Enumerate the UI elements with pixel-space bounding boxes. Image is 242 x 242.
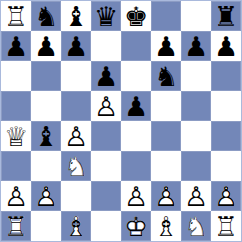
black-pawn[interactable]: ♟ (91, 61, 121, 91)
white-rook-outline: ♖ (211, 211, 241, 241)
white-bishop[interactable]: ♝♗ (61, 211, 91, 241)
black-king[interactable]: ♚ (121, 1, 151, 31)
square-g2[interactable]: ♟♙ (181, 181, 211, 211)
square-b2[interactable]: ♟♙ (31, 181, 61, 211)
white-pawn[interactable]: ♟♙ (211, 181, 241, 211)
square-h6[interactable] (211, 61, 241, 91)
square-f3[interactable] (151, 151, 181, 181)
black-rook[interactable]: ♜ (211, 1, 241, 31)
black-bishop-body: ♝ (61, 1, 91, 31)
white-pawn[interactable]: ♟♙ (1, 181, 31, 211)
white-bishop[interactable]: ♝♗ (151, 211, 181, 241)
black-pawn-body: ♟ (1, 31, 31, 61)
square-g5[interactable] (181, 91, 211, 121)
black-bishop-body: ♝ (31, 121, 61, 151)
square-b5[interactable] (31, 91, 61, 121)
square-d1[interactable] (91, 211, 121, 241)
square-h7[interactable]: ♟ (211, 31, 241, 61)
square-d8[interactable]: ♛ (91, 1, 121, 31)
white-pawn-outline: ♙ (1, 181, 31, 211)
white-pawn[interactable]: ♟♙ (151, 181, 181, 211)
square-d7[interactable] (91, 31, 121, 61)
square-b6[interactable] (31, 61, 61, 91)
black-pawn-body: ♟ (31, 31, 61, 61)
black-pawn-body: ♟ (91, 61, 121, 91)
black-pawn[interactable]: ♟ (181, 31, 211, 61)
square-c6[interactable] (61, 61, 91, 91)
white-pawn[interactable]: ♟♙ (61, 121, 91, 151)
square-f6[interactable]: ♞ (151, 61, 181, 91)
white-rook-outline: ♖ (1, 211, 31, 241)
square-g7[interactable]: ♟ (181, 31, 211, 61)
black-pawn[interactable]: ♟ (61, 31, 91, 61)
black-queen-body: ♛ (91, 1, 121, 31)
black-queen[interactable]: ♛ (91, 1, 121, 31)
square-e6[interactable] (121, 61, 151, 91)
chess-board: ♜♖♞♝♛♚♜♟♟♟♟♟♟♟♞♟♙♟♛♕♝♟♙♞♘♟♙♟♙♟♙♟♙♟♙♟♙♜♖♝… (0, 0, 242, 242)
white-pawn[interactable]: ♟♙ (181, 181, 211, 211)
square-c8[interactable]: ♝ (61, 1, 91, 31)
black-pawn[interactable]: ♟ (1, 31, 31, 61)
square-d4[interactable] (91, 121, 121, 151)
square-c2[interactable] (61, 181, 91, 211)
white-pawn-outline: ♙ (181, 181, 211, 211)
square-e3[interactable] (121, 151, 151, 181)
square-b8[interactable]: ♞ (31, 1, 61, 31)
black-pawn[interactable]: ♟ (121, 91, 151, 121)
square-c5[interactable] (61, 91, 91, 121)
black-pawn[interactable]: ♟ (31, 31, 61, 61)
square-f8[interactable] (151, 1, 181, 31)
square-d5[interactable]: ♟♙ (91, 91, 121, 121)
square-c3[interactable]: ♞♘ (61, 151, 91, 181)
square-e2[interactable]: ♟♙ (121, 181, 151, 211)
black-knight-body: ♞ (31, 1, 61, 31)
white-pawn[interactable]: ♟♙ (31, 181, 61, 211)
square-g1[interactable]: ♞♘ (181, 211, 211, 241)
square-e4[interactable] (121, 121, 151, 151)
square-a4[interactable]: ♛♕ (1, 121, 31, 151)
square-b4[interactable]: ♝ (31, 121, 61, 151)
square-e1[interactable]: ♚♔ (121, 211, 151, 241)
square-c7[interactable]: ♟ (61, 31, 91, 61)
square-h4[interactable] (211, 121, 241, 151)
black-pawn[interactable]: ♟ (211, 31, 241, 61)
white-king-outline: ♔ (121, 211, 151, 241)
black-bishop[interactable]: ♝ (31, 121, 61, 151)
square-h2[interactable]: ♟♙ (211, 181, 241, 211)
black-pawn-body: ♟ (151, 31, 181, 61)
black-pawn-body: ♟ (181, 31, 211, 61)
white-queen-outline: ♕ (1, 121, 31, 151)
black-pawn[interactable]: ♟ (151, 31, 181, 61)
square-a6[interactable] (1, 61, 31, 91)
black-rook-body: ♜ (211, 1, 241, 31)
square-h8[interactable]: ♜ (211, 1, 241, 31)
white-king[interactable]: ♚♔ (121, 211, 151, 241)
white-knight[interactable]: ♞♘ (61, 151, 91, 181)
white-pawn-outline: ♙ (121, 181, 151, 211)
white-knight[interactable]: ♞♘ (181, 211, 211, 241)
black-knight-body: ♞ (151, 61, 181, 91)
white-pawn-outline: ♙ (31, 181, 61, 211)
white-bishop-outline: ♗ (151, 211, 181, 241)
square-f2[interactable]: ♟♙ (151, 181, 181, 211)
square-h1[interactable]: ♜♖ (211, 211, 241, 241)
square-g4[interactable] (181, 121, 211, 151)
square-b1[interactable] (31, 211, 61, 241)
square-d3[interactable] (91, 151, 121, 181)
square-f1[interactable]: ♝♗ (151, 211, 181, 241)
square-c4[interactable]: ♟♙ (61, 121, 91, 151)
white-pawn-outline: ♙ (61, 121, 91, 151)
white-pawn[interactable]: ♟♙ (91, 91, 121, 121)
square-b7[interactable]: ♟ (31, 31, 61, 61)
white-knight-outline: ♘ (181, 211, 211, 241)
square-g3[interactable] (181, 151, 211, 181)
white-bishop-outline: ♗ (61, 211, 91, 241)
black-pawn-body: ♟ (61, 31, 91, 61)
square-h3[interactable] (211, 151, 241, 181)
square-a3[interactable] (1, 151, 31, 181)
square-f4[interactable] (151, 121, 181, 151)
square-a7[interactable]: ♟ (1, 31, 31, 61)
white-rook[interactable]: ♜♖ (211, 211, 241, 241)
white-pawn-outline: ♙ (151, 181, 181, 211)
white-knight-outline: ♘ (61, 151, 91, 181)
white-pawn-outline: ♙ (91, 91, 121, 121)
square-e7[interactable] (121, 31, 151, 61)
square-f5[interactable] (151, 91, 181, 121)
square-f7[interactable]: ♟ (151, 31, 181, 61)
black-bishop[interactable]: ♝ (61, 1, 91, 31)
black-pawn-body: ♟ (121, 91, 151, 121)
square-a8[interactable]: ♜♖ (1, 1, 31, 31)
white-rook[interactable]: ♜♖ (1, 211, 31, 241)
square-d6[interactable]: ♟ (91, 61, 121, 91)
square-g8[interactable] (181, 1, 211, 31)
square-a5[interactable] (1, 91, 31, 121)
white-pawn[interactable]: ♟♙ (121, 181, 151, 211)
black-knight[interactable]: ♞ (151, 61, 181, 91)
white-rook[interactable]: ♜♖ (1, 1, 31, 31)
square-g6[interactable] (181, 61, 211, 91)
white-queen[interactable]: ♛♕ (1, 121, 31, 151)
white-pawn-outline: ♙ (211, 181, 241, 211)
square-d2[interactable] (91, 181, 121, 211)
square-a1[interactable]: ♜♖ (1, 211, 31, 241)
black-pawn-body: ♟ (211, 31, 241, 61)
black-king-body: ♚ (121, 1, 151, 31)
square-h5[interactable] (211, 91, 241, 121)
square-c1[interactable]: ♝♗ (61, 211, 91, 241)
square-b3[interactable] (31, 151, 61, 181)
black-knight[interactable]: ♞ (31, 1, 61, 31)
square-e8[interactable]: ♚ (121, 1, 151, 31)
square-e5[interactable]: ♟ (121, 91, 151, 121)
white-rook-outline: ♖ (1, 1, 31, 31)
square-a2[interactable]: ♟♙ (1, 181, 31, 211)
